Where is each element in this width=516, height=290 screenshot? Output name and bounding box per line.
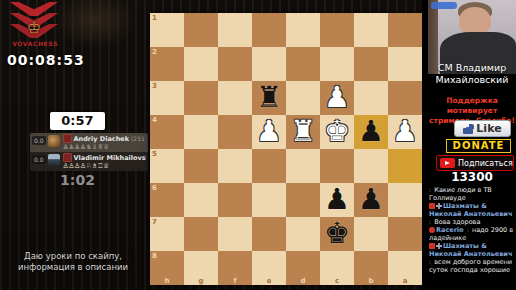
captured-pieces: ♙♙♙♙♘♗♖♕ [63, 162, 146, 170]
square-e6[interactable] [252, 183, 286, 217]
square-d5[interactable] [286, 149, 320, 183]
square-e4[interactable]: ♟ [252, 115, 286, 149]
square-h8[interactable]: 8h [150, 251, 184, 285]
square-c4[interactable]: ♚ [320, 115, 354, 149]
square-a6[interactable] [388, 183, 422, 217]
square-e8[interactable]: e [252, 251, 286, 285]
file-label: g [184, 277, 218, 285]
chat-panel: Шахматы & Николай Анатольевич : ооооооШа… [429, 186, 515, 274]
file-label: b [354, 277, 388, 285]
chat-message: Шахматы & Николай Анатольевич : всем доб… [429, 242, 515, 274]
chat-message: Шахматы & Николай Анатольевич : Какие лю… [429, 186, 515, 202]
square-h5[interactable]: 5 [150, 149, 184, 183]
chat-text: всем доброго времени суток господа хорош… [429, 258, 512, 274]
white-player-clock: 0:57 [50, 112, 105, 130]
like-button[interactable]: Like [454, 120, 511, 137]
square-h6[interactable]: 6 [150, 183, 184, 217]
streamer-caption-line: Михайловский [428, 74, 516, 86]
square-e1[interactable] [252, 13, 286, 47]
subscribe-button[interactable]: Подписаться [436, 155, 514, 171]
square-f1[interactable] [218, 13, 252, 47]
stream-screen: ♔ VOVACHESS 00:08:53 0:57 0.0 Andriy Dia… [0, 0, 516, 290]
title-badge-icon [63, 134, 72, 143]
square-b4[interactable]: ♟ [354, 115, 388, 149]
chat-username: Шахматы & Николай Анатольевич [429, 202, 512, 218]
piece-white-pawn: ♟ [320, 81, 354, 115]
support-message-line: Поддержка мотивирует [428, 96, 516, 116]
square-b6[interactable]: ♟ [354, 183, 388, 217]
black-player-clock: 1:02 [50, 171, 105, 189]
player-name: Andriy Diachek [74, 135, 129, 143]
player-name: Vladimir Mikhailovsky [74, 154, 146, 162]
piece-black-rook: ♜ [252, 81, 286, 115]
square-d8[interactable]: d [286, 251, 320, 285]
square-a1[interactable] [388, 13, 422, 47]
square-b5[interactable] [354, 149, 388, 183]
players-widget: 0.0 Andriy Diachek (2511) ≡ ♟♟♟♟♞♝♜♛ 0.0 [30, 133, 148, 171]
square-a3[interactable] [388, 81, 422, 115]
chat-username: Racerio [436, 226, 464, 234]
rank-label: 5 [152, 150, 157, 158]
red-dot-badge-icon [429, 227, 435, 233]
lesson-note-line: информация в описании [2, 262, 144, 273]
file-label: d [286, 277, 320, 285]
square-g3[interactable] [184, 81, 218, 115]
square-h3[interactable]: 3 [150, 81, 184, 115]
square-a4[interactable]: ♟ [388, 115, 422, 149]
square-e2[interactable] [252, 47, 286, 81]
square-b3[interactable] [354, 81, 388, 115]
rank-label: 2 [152, 48, 157, 56]
piece-white-pawn: ♟ [252, 115, 286, 149]
square-f8[interactable]: f [218, 251, 252, 285]
channel-logo: ♔ VOVACHESS [6, 2, 64, 50]
square-g4[interactable] [184, 115, 218, 149]
square-f7[interactable] [218, 217, 252, 251]
session-timer: 00:08:53 [7, 52, 85, 68]
subscriber-count: 13300 [428, 170, 516, 184]
rank-label: 6 [152, 184, 157, 192]
chat-username: Шахматы & Николай Анатольевич [429, 242, 512, 258]
square-d2[interactable] [286, 47, 320, 81]
match-score: 0.0 [32, 136, 46, 145]
piece-white-pawn: ♟ [388, 115, 422, 149]
subscribe-button-label: Подписаться [458, 159, 513, 168]
square-e7[interactable] [252, 217, 286, 251]
square-e3[interactable]: ♜ [252, 81, 286, 115]
square-a8[interactable]: a [388, 251, 422, 285]
square-g5[interactable] [184, 149, 218, 183]
square-c6[interactable]: ♟ [320, 183, 354, 217]
file-label: c [320, 277, 354, 285]
piece-white-rook: ♜ [286, 115, 320, 149]
streamer-caption-line: СМ Владимир [428, 62, 516, 74]
square-h7[interactable]: 7 [150, 217, 184, 251]
square-f6[interactable] [218, 183, 252, 217]
file-label: e [252, 277, 286, 285]
file-label: f [218, 277, 252, 285]
square-h1[interactable]: 1 [150, 13, 184, 47]
king-icon: ♔ [27, 18, 41, 37]
piece-white-king: ♚ [320, 115, 354, 149]
piece-black-pawn: ♟ [320, 183, 354, 217]
streamer-caption: СМ Владимир Михайловский [428, 62, 516, 86]
chat-separator: : [465, 226, 471, 234]
square-e5[interactable] [252, 149, 286, 183]
rank-label: 7 [152, 218, 157, 226]
square-b8[interactable]: b [354, 251, 388, 285]
chat-text: Какие люди в ТВ Голливуде [429, 186, 492, 202]
player-row-white: 0.0 Andriy Diachek (2511) ≡ ♟♟♟♟♞♝♜♛ [30, 133, 148, 152]
chess-board: 123♜♟4♟♜♚♟♟56♟♟7♚8hgfedcba [150, 13, 422, 285]
youtube-play-icon [440, 158, 455, 168]
chat-message: Шахматы & Николай Анатольевич : Вова здо… [429, 202, 515, 226]
rank-label: 4 [152, 116, 157, 124]
player-rating: (2511) [131, 135, 146, 142]
player-avatar [48, 154, 60, 166]
square-d3[interactable] [286, 81, 320, 115]
piece-black-pawn: ♟ [354, 115, 388, 149]
square-b1[interactable] [354, 13, 388, 47]
captured-pieces: ♟♟♟♟♞♝♜♛ [63, 143, 146, 151]
square-f5[interactable] [218, 149, 252, 183]
streamer-face [459, 7, 491, 35]
rank-label: 8 [152, 252, 157, 260]
square-d4[interactable]: ♜ [286, 115, 320, 149]
square-a2[interactable] [388, 47, 422, 81]
member-badge-icon [429, 203, 435, 209]
square-c1[interactable] [320, 13, 354, 47]
square-d7[interactable] [286, 217, 320, 251]
file-label: a [388, 277, 422, 285]
thumb-up-icon [463, 124, 473, 134]
chat-separator: : [429, 218, 433, 226]
title-badge-icon [63, 153, 72, 162]
piece-black-pawn: ♟ [354, 183, 388, 217]
lesson-note-line: Даю уроки по скайпу, [2, 251, 144, 262]
square-g7[interactable] [184, 217, 218, 251]
piece-black-king: ♚ [320, 217, 354, 251]
player-avatar [48, 135, 60, 147]
square-g6[interactable] [184, 183, 218, 217]
square-g8[interactable]: g [184, 251, 218, 285]
square-d6[interactable] [286, 183, 320, 217]
square-h4[interactable]: 4 [150, 115, 184, 149]
like-button-label: Like [476, 122, 501, 135]
square-d1[interactable] [286, 13, 320, 47]
square-b2[interactable] [354, 47, 388, 81]
member-badge-icon [429, 243, 435, 249]
square-a5[interactable] [388, 149, 422, 183]
lesson-note: Даю уроки по скайпу, информация в описан… [2, 251, 144, 273]
chat-message: Racerio : надо 2900 в ладейнике [429, 226, 515, 242]
square-h2[interactable]: 2 [150, 47, 184, 81]
match-score: 0.0 [32, 155, 46, 164]
rank-label: 3 [152, 82, 157, 90]
player-row-black: 0.0 Vladimir Mikhailovsky (2863) ♙♙♙♙♘♗♖… [30, 152, 148, 171]
square-f2[interactable] [218, 47, 252, 81]
wrench-badge-icon [436, 203, 442, 209]
square-b7[interactable] [354, 217, 388, 251]
chat-separator: : [429, 258, 433, 266]
square-g2[interactable] [184, 47, 218, 81]
square-c5[interactable] [320, 149, 354, 183]
webcam-watermark [431, 2, 457, 9]
square-f3[interactable] [218, 81, 252, 115]
square-c3[interactable]: ♟ [320, 81, 354, 115]
wrench-badge-icon [436, 243, 442, 249]
square-g1[interactable] [184, 13, 218, 47]
square-c8[interactable]: c [320, 251, 354, 285]
square-a7[interactable] [388, 217, 422, 251]
rank-label: 1 [152, 14, 157, 22]
chat-separator: : [429, 186, 433, 194]
logo-text: VOVACHESS [6, 40, 64, 47]
file-label: h [150, 277, 184, 285]
square-c2[interactable] [320, 47, 354, 81]
donate-button[interactable]: DONATE [446, 139, 511, 153]
square-f4[interactable] [218, 115, 252, 149]
chat-text: Вова здорова [434, 218, 480, 226]
square-c7[interactable]: ♚ [320, 217, 354, 251]
